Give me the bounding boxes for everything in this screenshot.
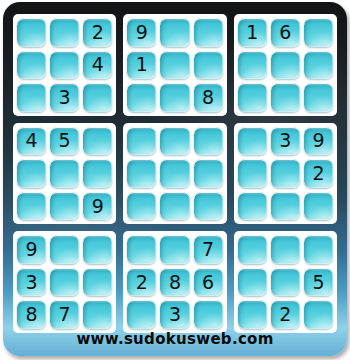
cell-r3c1[interactable]: [17, 83, 46, 112]
cell-r4c7[interactable]: [238, 127, 267, 156]
cell-r9c9[interactable]: [304, 300, 333, 329]
cell-r3c4[interactable]: [127, 83, 156, 112]
cell-r3c8[interactable]: [271, 83, 300, 112]
cell-r8c4[interactable]: 2: [127, 268, 156, 297]
cell-r1c6[interactable]: [194, 18, 223, 47]
cell-r7c5[interactable]: [160, 235, 189, 264]
cell-r5c7[interactable]: [238, 159, 267, 188]
cell-r8c7[interactable]: [238, 268, 267, 297]
cell-r7c6[interactable]: 7: [194, 235, 223, 264]
cell-r1c7[interactable]: 1: [238, 18, 267, 47]
cell-r3c5[interactable]: [160, 83, 189, 112]
cell-r4c2[interactable]: 5: [50, 127, 79, 156]
cell-r1c8[interactable]: 6: [271, 18, 300, 47]
cell-r6c3[interactable]: 9: [83, 192, 112, 221]
cell-r7c7[interactable]: [238, 235, 267, 264]
cell-r2c1[interactable]: [17, 51, 46, 80]
cell-r6c7[interactable]: [238, 192, 267, 221]
cell-r9c1[interactable]: 8: [17, 300, 46, 329]
box-8: 72863: [123, 231, 226, 333]
cell-r5c9[interactable]: 2: [304, 159, 333, 188]
board-frame: 2439181645939293877286352 www.sudokusweb…: [3, 2, 347, 356]
cell-r5c3[interactable]: [83, 159, 112, 188]
cell-r8c6[interactable]: 6: [194, 268, 223, 297]
cell-r7c4[interactable]: [127, 235, 156, 264]
box-9: 52: [234, 231, 337, 333]
cell-r9c6[interactable]: [194, 300, 223, 329]
cell-r1c9[interactable]: [304, 18, 333, 47]
cell-r2c7[interactable]: [238, 51, 267, 80]
cell-r3c3[interactable]: [83, 83, 112, 112]
cell-r7c2[interactable]: [50, 235, 79, 264]
box-4: 459: [13, 123, 116, 225]
cell-r3c2[interactable]: 3: [50, 83, 79, 112]
cell-r9c8[interactable]: 2: [271, 300, 300, 329]
cell-r8c9[interactable]: 5: [304, 268, 333, 297]
site-url: www.sudokusweb.com: [3, 330, 347, 348]
cell-r1c1[interactable]: [17, 18, 46, 47]
cell-r5c5[interactable]: [160, 159, 189, 188]
cell-r5c8[interactable]: [271, 159, 300, 188]
cell-r7c9[interactable]: [304, 235, 333, 264]
cell-r2c4[interactable]: 1: [127, 51, 156, 80]
cell-r5c2[interactable]: [50, 159, 79, 188]
cell-r9c2[interactable]: 7: [50, 300, 79, 329]
cell-r7c3[interactable]: [83, 235, 112, 264]
cell-r6c5[interactable]: [160, 192, 189, 221]
cell-r2c2[interactable]: [50, 51, 79, 80]
box-2: 918: [123, 14, 226, 116]
cell-r2c6[interactable]: [194, 51, 223, 80]
cell-r3c7[interactable]: [238, 83, 267, 112]
box-5: [123, 123, 226, 225]
sudoku-board: 2439181645939293877286352: [13, 14, 337, 333]
sudoku-page: 2439181645939293877286352 www.sudokusweb…: [0, 0, 350, 360]
cell-r1c3[interactable]: 2: [83, 18, 112, 47]
box-7: 9387: [13, 231, 116, 333]
cell-r4c4[interactable]: [127, 127, 156, 156]
cell-r4c9[interactable]: 9: [304, 127, 333, 156]
cell-r6c9[interactable]: [304, 192, 333, 221]
cell-r6c2[interactable]: [50, 192, 79, 221]
cell-r2c5[interactable]: [160, 51, 189, 80]
cell-r8c3[interactable]: [83, 268, 112, 297]
cell-r4c3[interactable]: [83, 127, 112, 156]
box-1: 243: [13, 14, 116, 116]
cell-r5c6[interactable]: [194, 159, 223, 188]
cell-r1c5[interactable]: [160, 18, 189, 47]
cell-r8c2[interactable]: [50, 268, 79, 297]
cell-r8c8[interactable]: [271, 268, 300, 297]
cell-r2c9[interactable]: [304, 51, 333, 80]
cell-r6c8[interactable]: [271, 192, 300, 221]
cell-r9c5[interactable]: 3: [160, 300, 189, 329]
cell-r8c1[interactable]: 3: [17, 268, 46, 297]
cell-r1c2[interactable]: [50, 18, 79, 47]
cell-r7c8[interactable]: [271, 235, 300, 264]
cell-r3c6[interactable]: 8: [194, 83, 223, 112]
cell-r8c5[interactable]: 8: [160, 268, 189, 297]
cell-r2c3[interactable]: 4: [83, 51, 112, 80]
cell-r5c1[interactable]: [17, 159, 46, 188]
cell-r3c9[interactable]: [304, 83, 333, 112]
cell-r4c1[interactable]: 4: [17, 127, 46, 156]
box-3: 16: [234, 14, 337, 116]
cell-r6c6[interactable]: [194, 192, 223, 221]
cell-r1c4[interactable]: 9: [127, 18, 156, 47]
box-6: 392: [234, 123, 337, 225]
cell-r4c6[interactable]: [194, 127, 223, 156]
cell-r9c7[interactable]: [238, 300, 267, 329]
cell-r9c3[interactable]: [83, 300, 112, 329]
cell-r7c1[interactable]: 9: [17, 235, 46, 264]
cell-r6c4[interactable]: [127, 192, 156, 221]
cell-r6c1[interactable]: [17, 192, 46, 221]
cell-r2c8[interactable]: [271, 51, 300, 80]
cell-r4c5[interactable]: [160, 127, 189, 156]
cell-r9c4[interactable]: [127, 300, 156, 329]
cell-r5c4[interactable]: [127, 159, 156, 188]
cell-r4c8[interactable]: 3: [271, 127, 300, 156]
